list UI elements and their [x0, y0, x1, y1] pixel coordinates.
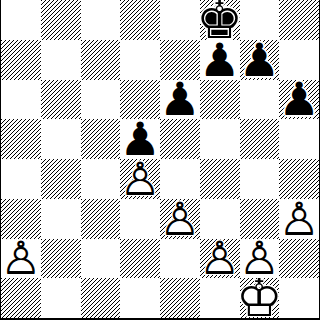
square-g4[interactable]: [240, 159, 280, 199]
square-e1[interactable]: [160, 278, 200, 318]
square-b6[interactable]: [41, 80, 81, 120]
square-b4[interactable]: [41, 159, 81, 199]
square-c3[interactable]: [81, 199, 121, 239]
piece-fill-layer: ♟: [240, 40, 280, 80]
square-d6[interactable]: [120, 80, 160, 120]
piece-fill-layer: ♟: [240, 239, 280, 279]
square-e5[interactable]: [160, 119, 200, 159]
square-d3[interactable]: [120, 199, 160, 239]
square-f2[interactable]: ♟♙: [200, 239, 240, 279]
square-a7[interactable]: [1, 40, 41, 80]
square-c4[interactable]: [81, 159, 121, 199]
piece-outline-layer: ♙: [279, 199, 319, 239]
white-pawn[interactable]: ♟♙: [120, 159, 160, 199]
square-e6[interactable]: ♟: [160, 80, 200, 120]
white-king[interactable]: ♚♔: [240, 278, 280, 318]
white-pawn[interactable]: ♟♙: [160, 199, 200, 239]
piece-fill-layer: ♟: [200, 239, 240, 279]
square-d2[interactable]: [120, 239, 160, 279]
square-h6[interactable]: ♟: [279, 80, 319, 120]
piece-fill-layer: ♟: [120, 159, 160, 199]
square-b8[interactable]: [41, 0, 81, 40]
square-f5[interactable]: [200, 119, 240, 159]
square-e2[interactable]: [160, 239, 200, 279]
square-c5[interactable]: [81, 119, 121, 159]
square-a5[interactable]: [1, 119, 41, 159]
square-b5[interactable]: [41, 119, 81, 159]
square-f4[interactable]: [200, 159, 240, 199]
piece-outline-layer: ♙: [120, 159, 160, 199]
square-f1[interactable]: [200, 278, 240, 318]
square-f8[interactable]: ♚: [200, 0, 240, 40]
black-pawn[interactable]: ♟: [120, 119, 160, 159]
square-b7[interactable]: [41, 40, 81, 80]
piece-outline-layer: ♙: [240, 239, 280, 279]
square-h1[interactable]: [279, 278, 319, 318]
square-f3[interactable]: [200, 199, 240, 239]
square-a8[interactable]: [1, 0, 41, 40]
square-g3[interactable]: [240, 199, 280, 239]
square-c7[interactable]: [81, 40, 121, 80]
black-king[interactable]: ♚: [200, 0, 240, 40]
square-e4[interactable]: [160, 159, 200, 199]
black-pawn[interactable]: ♟: [160, 80, 200, 120]
square-d8[interactable]: [120, 0, 160, 40]
square-d1[interactable]: [120, 278, 160, 318]
white-pawn[interactable]: ♟♙: [240, 239, 280, 279]
piece-fill-layer: ♟: [200, 40, 240, 80]
square-h5[interactable]: [279, 119, 319, 159]
piece-fill-layer: ♚: [240, 278, 280, 318]
square-h4[interactable]: [279, 159, 319, 199]
square-f7[interactable]: ♟: [200, 40, 240, 80]
square-h8[interactable]: [279, 0, 319, 40]
square-e7[interactable]: [160, 40, 200, 80]
piece-fill-layer: ♟: [279, 199, 319, 239]
chess-board: ♚♟♟♟♟♟♟♙♟♙♟♙♟♙♟♙♟♙♚♔: [0, 0, 320, 320]
white-pawn[interactable]: ♟♙: [1, 239, 41, 279]
square-g7[interactable]: ♟: [240, 40, 280, 80]
square-g5[interactable]: [240, 119, 280, 159]
square-d4[interactable]: ♟♙: [120, 159, 160, 199]
piece-outline-layer: ♙: [1, 239, 41, 279]
piece-fill-layer: ♚: [200, 0, 240, 40]
black-pawn[interactable]: ♟: [279, 80, 319, 120]
square-f6[interactable]: [200, 80, 240, 120]
square-d7[interactable]: [120, 40, 160, 80]
square-c1[interactable]: [81, 278, 121, 318]
piece-outline-layer: ♙: [200, 239, 240, 279]
square-g1[interactable]: ♚♔: [240, 278, 280, 318]
piece-fill-layer: ♟: [120, 119, 160, 159]
square-g8[interactable]: [240, 0, 280, 40]
square-h3[interactable]: ♟♙: [279, 199, 319, 239]
white-pawn[interactable]: ♟♙: [279, 199, 319, 239]
piece-outline-layer: ♙: [160, 199, 200, 239]
square-b2[interactable]: [41, 239, 81, 279]
square-h7[interactable]: [279, 40, 319, 80]
piece-outline-layer: ♔: [240, 278, 280, 318]
square-d5[interactable]: ♟: [120, 119, 160, 159]
square-a4[interactable]: [1, 159, 41, 199]
square-a1[interactable]: [1, 278, 41, 318]
square-b1[interactable]: [41, 278, 81, 318]
square-c2[interactable]: [81, 239, 121, 279]
square-e3[interactable]: ♟♙: [160, 199, 200, 239]
square-a3[interactable]: [1, 199, 41, 239]
piece-fill-layer: ♟: [160, 199, 200, 239]
white-pawn[interactable]: ♟♙: [200, 239, 240, 279]
black-pawn[interactable]: ♟: [200, 40, 240, 80]
square-c6[interactable]: [81, 80, 121, 120]
square-a6[interactable]: [1, 80, 41, 120]
piece-fill-layer: ♟: [1, 239, 41, 279]
black-pawn[interactable]: ♟: [240, 40, 280, 80]
square-b3[interactable]: [41, 199, 81, 239]
square-h2[interactable]: [279, 239, 319, 279]
square-g6[interactable]: [240, 80, 280, 120]
piece-fill-layer: ♟: [279, 80, 319, 120]
square-e8[interactable]: [160, 0, 200, 40]
piece-fill-layer: ♟: [160, 80, 200, 120]
square-a2[interactable]: ♟♙: [1, 239, 41, 279]
square-c8[interactable]: [81, 0, 121, 40]
square-g2[interactable]: ♟♙: [240, 239, 280, 279]
